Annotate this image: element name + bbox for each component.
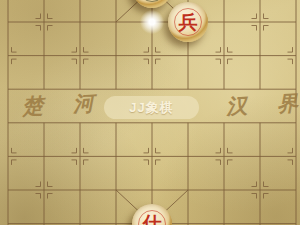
app-watermark: JJ象棋 [104,96,199,119]
river-label-left: 楚 河 [21,90,94,120]
river-label-right: 汉 界 [225,90,298,120]
river-char: 楚 [21,92,43,121]
river-char: 河 [72,89,94,118]
river-char: 汉 [225,92,247,121]
river-char: 界 [276,89,298,118]
piece-character: 仕 [143,214,162,225]
piece-engraved-ring [138,0,166,2]
piece-red-soldier[interactable]: 兵 [168,2,208,42]
piece-character: 兵 [179,13,198,32]
xiangqi-board[interactable]: 楚 河 汉 界 JJ象棋 将兵仕 [0,0,300,225]
